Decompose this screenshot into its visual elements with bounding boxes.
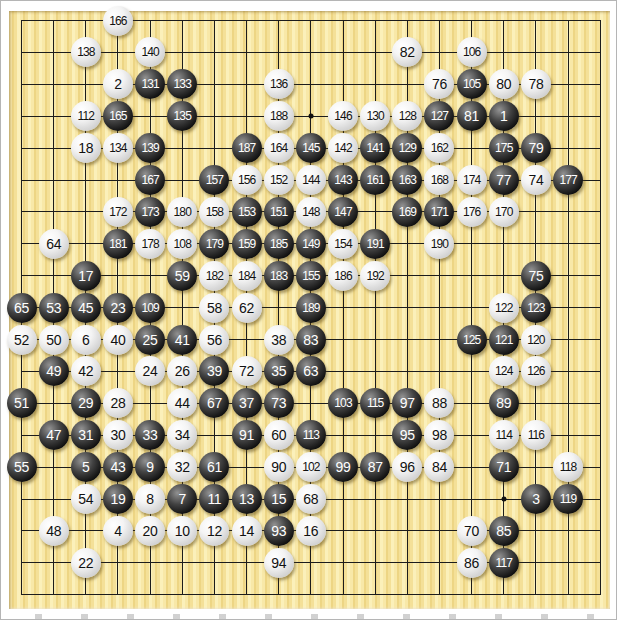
go-stone-black[interactable]: 185 — [264, 229, 294, 259]
go-stone-black[interactable]: 105 — [457, 69, 487, 99]
move-number-label: 179 — [206, 238, 223, 250]
go-stone-white[interactable]: 88 — [424, 388, 454, 418]
go-stone-white[interactable]: 6 — [71, 325, 101, 355]
go-stone-white[interactable]: 34 — [167, 420, 197, 450]
go-stone-white[interactable]: 142 — [328, 133, 358, 163]
move-number-label: 99 — [336, 460, 351, 474]
move-number-label: 37 — [239, 396, 254, 410]
go-stone-black[interactable]: 103 — [328, 388, 358, 418]
move-number-label: 159 — [238, 238, 255, 250]
move-number-label: 121 — [495, 334, 512, 346]
go-stone-black[interactable]: 37 — [232, 388, 262, 418]
move-number-label: 16 — [303, 524, 318, 538]
move-number-label: 169 — [399, 206, 416, 218]
move-number-label: 68 — [303, 492, 318, 506]
go-stone-black[interactable]: 1 — [489, 101, 519, 131]
go-stone-white[interactable]: 62 — [232, 293, 262, 323]
go-stone-black[interactable]: 109 — [135, 293, 165, 323]
go-stone-white[interactable]: 12 — [199, 516, 229, 546]
move-number-label: 91 — [239, 428, 254, 442]
go-stone-white[interactable]: 64 — [39, 229, 69, 259]
move-number-label: 23 — [110, 301, 125, 315]
move-number-label: 50 — [46, 333, 61, 347]
go-stone-white[interactable]: 156 — [232, 165, 262, 195]
move-number-label: 62 — [239, 301, 254, 315]
go-stone-white[interactable]: 10 — [167, 516, 197, 546]
move-number-label: 168 — [431, 174, 448, 186]
go-stone-black[interactable]: 39 — [199, 356, 229, 386]
move-number-label: 40 — [110, 333, 125, 347]
go-stone-white[interactable]: 186 — [328, 261, 358, 291]
go-stone-white[interactable]: 60 — [264, 420, 294, 450]
move-number-label: 146 — [334, 110, 351, 122]
move-number-label: 151 — [270, 206, 287, 218]
go-stone-white[interactable]: 74 — [521, 165, 551, 195]
go-stone-black[interactable]: 87 — [360, 452, 390, 482]
go-stone-white[interactable]: 68 — [296, 484, 326, 514]
go-stone-black[interactable]: 141 — [360, 133, 390, 163]
move-number-label: 171 — [431, 206, 448, 218]
go-stone-black[interactable]: 123 — [521, 293, 551, 323]
move-number-label: 143 — [334, 174, 351, 186]
move-number-label: 39 — [207, 364, 222, 378]
move-number-label: 15 — [271, 492, 286, 506]
move-number-label: 186 — [334, 270, 351, 282]
move-number-label: 116 — [528, 429, 544, 441]
move-number-label: 14 — [239, 524, 254, 538]
move-number-label: 31 — [78, 428, 93, 442]
go-stone-black[interactable]: 79 — [521, 133, 551, 163]
go-stone-white[interactable]: 8 — [135, 484, 165, 514]
move-number-label: 17 — [78, 269, 93, 283]
go-stone-white[interactable]: 48 — [39, 516, 69, 546]
go-stone-white[interactable]: 28 — [103, 388, 133, 418]
go-stone-black[interactable]: 35 — [264, 356, 294, 386]
go-stone-black[interactable]: 131 — [135, 69, 165, 99]
go-stone-black[interactable]: 31 — [71, 420, 101, 450]
go-stone-white[interactable]: 164 — [264, 133, 294, 163]
move-number-label: 3 — [532, 492, 540, 506]
move-number-label: 70 — [464, 524, 479, 538]
move-number-label: 180 — [174, 206, 191, 218]
go-stone-white[interactable]: 52 — [7, 325, 37, 355]
move-number-label: 114 — [496, 429, 512, 441]
go-stone-white[interactable]: 166 — [103, 6, 133, 36]
go-stone-white[interactable]: 126 — [521, 356, 551, 386]
go-stone-black[interactable]: 145 — [296, 133, 326, 163]
move-number-label: 87 — [368, 460, 383, 474]
go-stone-black[interactable]: 93 — [264, 516, 294, 546]
go-stone-white[interactable]: 148 — [296, 197, 326, 227]
move-number-label: 172 — [109, 206, 126, 218]
move-number-label: 158 — [206, 206, 223, 218]
go-stone-white[interactable]: 116 — [521, 420, 551, 450]
go-stone-black[interactable]: 29 — [71, 388, 101, 418]
go-stone-black[interactable]: 83 — [296, 325, 326, 355]
move-number-label: 122 — [495, 302, 512, 314]
move-number-label: 141 — [366, 142, 383, 154]
go-stone-white[interactable]: 96 — [392, 452, 422, 482]
go-stone-white[interactable]: 22 — [71, 548, 101, 578]
move-number-label: 126 — [527, 365, 544, 377]
move-number-label: 7 — [179, 492, 187, 506]
go-stone-black[interactable]: 155 — [296, 261, 326, 291]
move-number-label: 35 — [271, 364, 286, 378]
go-stone-black[interactable]: 119 — [553, 484, 583, 514]
go-stone-black[interactable]: 45 — [71, 293, 101, 323]
go-stone-black[interactable]: 181 — [103, 229, 133, 259]
go-stone-white[interactable]: 4 — [103, 516, 133, 546]
go-stone-white[interactable]: 112 — [71, 101, 101, 131]
move-number-label: 59 — [175, 269, 190, 283]
go-stone-black[interactable]: 113 — [296, 420, 326, 450]
go-stone-white[interactable]: 108 — [167, 229, 197, 259]
go-stone-white[interactable]: 98 — [424, 420, 454, 450]
go-stone-white[interactable]: 178 — [135, 229, 165, 259]
go-stone-black[interactable]: 71 — [489, 452, 519, 482]
go-stone-black[interactable]: 143 — [328, 165, 358, 195]
move-number-label: 149 — [302, 238, 319, 250]
move-number-label: 44 — [175, 396, 190, 410]
go-stone-white[interactable]: 146 — [328, 101, 358, 131]
go-stone-black[interactable]: 135 — [167, 101, 197, 131]
move-number-label: 26 — [175, 364, 190, 378]
go-stone-black[interactable]: 159 — [232, 229, 262, 259]
go-stone-white[interactable]: 84 — [424, 452, 454, 482]
move-number-label: 161 — [366, 174, 383, 186]
move-number-label: 86 — [464, 556, 479, 570]
hoshi-point — [308, 114, 313, 119]
go-stone-white[interactable]: 120 — [521, 325, 551, 355]
move-number-label: 152 — [270, 174, 287, 186]
move-number-label: 98 — [432, 428, 447, 442]
move-number-label: 6 — [82, 333, 90, 347]
move-number-label: 139 — [141, 142, 158, 154]
go-stone-white[interactable]: 144 — [296, 165, 326, 195]
go-stone-black[interactable]: 165 — [103, 101, 133, 131]
move-number-label: 144 — [302, 174, 319, 186]
go-stone-white[interactable]: 30 — [103, 420, 133, 450]
move-number-label: 49 — [46, 364, 61, 378]
go-stone-black[interactable]: 47 — [39, 420, 69, 450]
move-number-label: 56 — [207, 333, 222, 347]
go-stone-black[interactable]: 65 — [7, 293, 37, 323]
move-number-label: 115 — [367, 397, 383, 409]
go-stone-white[interactable]: 124 — [489, 356, 519, 386]
go-stone-white[interactable]: 58 — [199, 293, 229, 323]
go-stone-black[interactable]: 171 — [424, 197, 454, 227]
move-number-label: 74 — [528, 173, 543, 187]
go-stone-black[interactable]: 33 — [135, 420, 165, 450]
go-stone-white[interactable]: 20 — [135, 516, 165, 546]
go-stone-black[interactable]: 187 — [232, 133, 262, 163]
move-number-label: 79 — [528, 141, 543, 155]
go-stone-black[interactable]: 9 — [135, 452, 165, 482]
move-number-label: 120 — [527, 334, 544, 346]
go-stone-black[interactable]: 23 — [103, 293, 133, 323]
go-stone-black[interactable]: 149 — [296, 229, 326, 259]
grid-line-horizontal — [21, 594, 601, 595]
go-stone-black[interactable]: 3 — [521, 484, 551, 514]
move-number-label: 187 — [238, 142, 255, 154]
go-stone-white[interactable]: 114 — [489, 420, 519, 450]
go-stone-white[interactable]: 94 — [264, 548, 294, 578]
go-stone-white[interactable]: 26 — [167, 356, 197, 386]
move-number-label: 156 — [238, 174, 255, 186]
go-stone-white[interactable]: 18 — [71, 133, 101, 163]
go-stone-white[interactable]: 162 — [424, 133, 454, 163]
move-number-label: 130 — [366, 110, 383, 122]
go-stone-black[interactable]: 179 — [199, 229, 229, 259]
go-stone-white[interactable]: 158 — [199, 197, 229, 227]
go-stone-white[interactable]: 136 — [264, 69, 294, 99]
go-stone-black[interactable]: 67 — [199, 388, 229, 418]
move-number-label: 117 — [496, 557, 512, 569]
move-number-label: 10 — [175, 524, 190, 538]
go-stone-white[interactable]: 86 — [457, 548, 487, 578]
go-stone-black[interactable]: 147 — [328, 197, 358, 227]
go-stone-black[interactable]: 19 — [103, 484, 133, 514]
move-number-label: 155 — [302, 270, 319, 282]
go-stone-white[interactable]: 184 — [232, 261, 262, 291]
move-number-label: 138 — [77, 46, 94, 58]
move-number-label: 76 — [432, 77, 447, 91]
move-number-label: 182 — [206, 270, 223, 282]
go-stone-white[interactable]: 182 — [199, 261, 229, 291]
move-number-label: 8 — [146, 492, 154, 506]
move-number-label: 1 — [500, 109, 508, 123]
go-stone-black[interactable]: 183 — [264, 261, 294, 291]
go-stone-white[interactable]: 106 — [457, 37, 487, 67]
go-stone-black[interactable]: 173 — [135, 197, 165, 227]
go-stone-black[interactable]: 73 — [264, 388, 294, 418]
go-stone-black[interactable]: 53 — [39, 293, 69, 323]
move-number-label: 94 — [271, 556, 286, 570]
go-stone-black[interactable]: 89 — [489, 388, 519, 418]
go-stone-black[interactable]: 177 — [553, 165, 583, 195]
go-stone-black[interactable]: 43 — [103, 452, 133, 482]
go-stone-white[interactable]: 38 — [264, 325, 294, 355]
go-stone-black[interactable]: 127 — [424, 101, 454, 131]
go-stone-black[interactable]: 133 — [167, 69, 197, 99]
move-number-label: 12 — [207, 524, 222, 538]
go-stone-white[interactable]: 170 — [489, 197, 519, 227]
go-stone-white[interactable]: 54 — [71, 484, 101, 514]
go-stone-black[interactable]: 59 — [167, 261, 197, 291]
move-number-label: 25 — [143, 333, 158, 347]
grid-line-vertical — [600, 20, 601, 595]
go-stone-black[interactable]: 163 — [392, 165, 422, 195]
go-stone-black[interactable]: 61 — [199, 452, 229, 482]
move-number-label: 71 — [496, 460, 511, 474]
go-stone-black[interactable]: 117 — [489, 548, 519, 578]
go-stone-black[interactable]: 121 — [489, 325, 519, 355]
go-stone-white[interactable]: 154 — [328, 229, 358, 259]
go-stone-black[interactable]: 75 — [521, 261, 551, 291]
move-number-label: 174 — [463, 174, 480, 186]
move-number-label: 29 — [78, 396, 93, 410]
move-number-label: 18 — [78, 141, 93, 155]
move-number-label: 24 — [143, 364, 158, 378]
go-stone-white[interactable]: 122 — [489, 293, 519, 323]
move-number-label: 60 — [271, 428, 286, 442]
go-stone-white[interactable]: 24 — [135, 356, 165, 386]
move-number-label: 191 — [366, 238, 383, 250]
go-stone-black[interactable]: 25 — [135, 325, 165, 355]
go-stone-white[interactable]: 176 — [457, 197, 487, 227]
go-stone-black[interactable]: 153 — [232, 197, 262, 227]
move-number-label: 176 — [463, 206, 480, 218]
go-stone-white[interactable]: 42 — [71, 356, 101, 386]
go-stone-black[interactable]: 115 — [360, 388, 390, 418]
go-stone-white[interactable]: 56 — [199, 325, 229, 355]
go-stone-black[interactable]: 77 — [489, 165, 519, 195]
go-stone-white[interactable]: 192 — [360, 261, 390, 291]
go-stone-white[interactable]: 130 — [360, 101, 390, 131]
go-stone-black[interactable]: 41 — [167, 325, 197, 355]
go-stone-white[interactable]: 152 — [264, 165, 294, 195]
go-stone-white[interactable]: 140 — [135, 37, 165, 67]
move-number-label: 34 — [175, 428, 190, 442]
move-number-label: 167 — [141, 174, 158, 186]
go-stone-white[interactable]: 80 — [489, 69, 519, 99]
clipped-row-hint — [11, 614, 609, 619]
go-board[interactable]: 1661381408210621311331367610580781121651… — [9, 11, 610, 609]
go-stone-white[interactable]: 44 — [167, 388, 197, 418]
go-stone-white[interactable]: 82 — [392, 37, 422, 67]
move-number-label: 131 — [141, 78, 158, 90]
go-stone-white[interactable]: 138 — [71, 37, 101, 67]
move-number-label: 53 — [46, 301, 61, 315]
go-stone-white[interactable]: 2 — [103, 69, 133, 99]
move-number-label: 157 — [206, 174, 223, 186]
go-stone-black[interactable]: 157 — [199, 165, 229, 195]
move-number-label: 127 — [431, 110, 448, 122]
move-number-label: 84 — [432, 460, 447, 474]
move-number-label: 96 — [400, 460, 415, 474]
go-stone-black[interactable]: 49 — [39, 356, 69, 386]
move-number-label: 178 — [141, 238, 158, 250]
go-stone-white[interactable]: 118 — [553, 452, 583, 482]
go-stone-black[interactable]: 7 — [167, 484, 197, 514]
go-stone-black[interactable]: 81 — [457, 101, 487, 131]
move-number-label: 89 — [496, 396, 511, 410]
go-stone-white[interactable]: 128 — [392, 101, 422, 131]
go-stone-black[interactable]: 15 — [264, 484, 294, 514]
move-number-label: 181 — [109, 238, 126, 250]
move-number-label: 67 — [207, 396, 222, 410]
go-stone-black[interactable]: 11 — [199, 484, 229, 514]
move-number-label: 58 — [207, 301, 222, 315]
move-number-label: 166 — [109, 15, 126, 27]
move-number-label: 108 — [174, 238, 191, 250]
go-stone-black[interactable]: 189 — [296, 293, 326, 323]
go-stone-black[interactable]: 51 — [7, 388, 37, 418]
go-stone-white[interactable]: 168 — [424, 165, 454, 195]
move-number-label: 103 — [334, 397, 351, 409]
go-stone-white[interactable]: 70 — [457, 516, 487, 546]
go-stone-black[interactable]: 95 — [392, 420, 422, 450]
go-stone-white[interactable]: 102 — [296, 452, 326, 482]
move-number-label: 81 — [464, 109, 479, 123]
go-stone-white[interactable]: 190 — [424, 229, 454, 259]
move-number-label: 95 — [400, 428, 415, 442]
go-stone-black[interactable]: 99 — [328, 452, 358, 482]
move-number-label: 82 — [400, 45, 415, 59]
go-stone-black[interactable]: 17 — [71, 261, 101, 291]
go-stone-black[interactable]: 161 — [360, 165, 390, 195]
move-number-label: 45 — [78, 301, 93, 315]
move-number-label: 136 — [270, 78, 287, 90]
go-stone-white[interactable]: 134 — [103, 133, 133, 163]
go-stone-white[interactable]: 78 — [521, 69, 551, 99]
go-stone-black[interactable]: 191 — [360, 229, 390, 259]
move-number-label: 164 — [270, 142, 287, 154]
move-number-label: 163 — [399, 174, 416, 186]
go-stone-black[interactable]: 167 — [135, 165, 165, 195]
move-number-label: 190 — [431, 238, 448, 250]
go-stone-white[interactable]: 72 — [232, 356, 262, 386]
go-stone-black[interactable]: 55 — [7, 452, 37, 482]
move-number-label: 75 — [528, 269, 543, 283]
move-number-label: 102 — [302, 461, 319, 473]
move-number-label: 119 — [560, 493, 576, 505]
go-stone-white[interactable]: 174 — [457, 165, 487, 195]
move-number-label: 148 — [302, 206, 319, 218]
go-stone-white[interactable]: 40 — [103, 325, 133, 355]
move-number-label: 170 — [495, 206, 512, 218]
go-stone-white[interactable]: 90 — [264, 452, 294, 482]
go-stone-white[interactable]: 16 — [296, 516, 326, 546]
move-number-label: 73 — [271, 396, 286, 410]
go-stone-black[interactable]: 97 — [392, 388, 422, 418]
move-number-label: 183 — [270, 270, 287, 282]
move-number-label: 106 — [463, 46, 480, 58]
go-stone-black[interactable]: 91 — [232, 420, 262, 450]
move-number-label: 78 — [528, 77, 543, 91]
go-stone-black[interactable]: 5 — [71, 452, 101, 482]
go-stone-black[interactable]: 169 — [392, 197, 422, 227]
go-stone-black[interactable]: 151 — [264, 197, 294, 227]
go-stone-black[interactable]: 13 — [232, 484, 262, 514]
go-stone-black[interactable]: 175 — [489, 133, 519, 163]
go-stone-black[interactable]: 129 — [392, 133, 422, 163]
move-number-label: 109 — [141, 302, 158, 314]
go-stone-white[interactable]: 14 — [232, 516, 262, 546]
move-number-label: 4 — [114, 524, 122, 538]
move-number-label: 162 — [431, 142, 448, 154]
go-stone-white[interactable]: 188 — [264, 101, 294, 131]
move-number-label: 125 — [463, 334, 480, 346]
move-number-label: 165 — [109, 110, 126, 122]
go-stone-white[interactable]: 180 — [167, 197, 197, 227]
move-number-label: 105 — [463, 78, 480, 90]
move-number-label: 133 — [174, 78, 191, 90]
go-stone-white[interactable]: 32 — [167, 452, 197, 482]
go-stone-black[interactable]: 139 — [135, 133, 165, 163]
go-stone-white[interactable]: 50 — [39, 325, 69, 355]
go-stone-black[interactable]: 85 — [489, 516, 519, 546]
go-stone-black[interactable]: 125 — [457, 325, 487, 355]
move-number-label: 51 — [14, 396, 29, 410]
go-stone-white[interactable]: 76 — [424, 69, 454, 99]
move-number-label: 188 — [270, 110, 287, 122]
move-number-label: 72 — [239, 364, 254, 378]
move-number-label: 65 — [14, 301, 29, 315]
go-stone-white[interactable]: 172 — [103, 197, 133, 227]
move-number-label: 153 — [238, 206, 255, 218]
go-stone-black[interactable]: 63 — [296, 356, 326, 386]
